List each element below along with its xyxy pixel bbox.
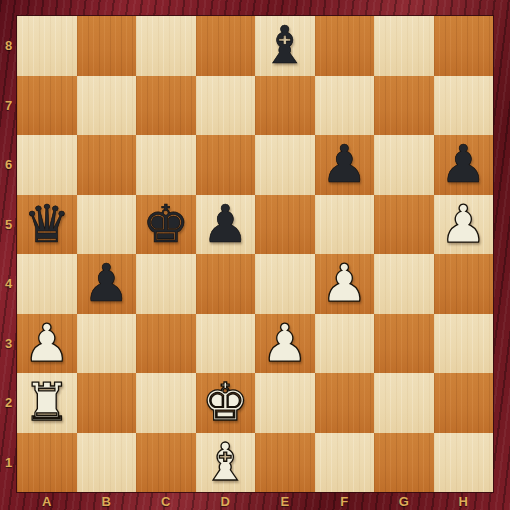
square-b5[interactable]: [77, 195, 137, 255]
black-pawn[interactable]: ♟: [83, 254, 130, 314]
square-h2[interactable]: [434, 373, 494, 433]
square-a3[interactable]: ♟: [17, 314, 77, 374]
file-label-d: D: [196, 492, 256, 510]
rank-label-8: 8: [0, 16, 17, 76]
square-a5[interactable]: ♛: [17, 195, 77, 255]
square-f8[interactable]: [315, 16, 375, 76]
square-h1[interactable]: [434, 433, 494, 493]
square-c1[interactable]: [136, 433, 196, 493]
square-d4[interactable]: [196, 254, 256, 314]
board-frame: ♝♟♟♛♚♟♟♟♟♟♟♜♚♝ 87654321 ABCDEFGH: [0, 0, 510, 510]
square-c7[interactable]: [136, 76, 196, 136]
square-e7[interactable]: [255, 76, 315, 136]
square-b3[interactable]: [77, 314, 137, 374]
square-a8[interactable]: [17, 16, 77, 76]
square-d7[interactable]: [196, 76, 256, 136]
square-h7[interactable]: [434, 76, 494, 136]
square-f2[interactable]: [315, 373, 375, 433]
square-h8[interactable]: [434, 16, 494, 76]
black-king[interactable]: ♚: [142, 195, 189, 255]
square-c4[interactable]: [136, 254, 196, 314]
white-pawn[interactable]: ♟: [261, 314, 308, 374]
square-g8[interactable]: [374, 16, 434, 76]
rank-label-2: 2: [0, 373, 17, 433]
black-pawn[interactable]: ♟: [202, 195, 249, 255]
file-label-g: G: [374, 492, 434, 510]
square-b1[interactable]: [77, 433, 137, 493]
square-g2[interactable]: [374, 373, 434, 433]
square-e3[interactable]: ♟: [255, 314, 315, 374]
square-b6[interactable]: [77, 135, 137, 195]
square-g5[interactable]: [374, 195, 434, 255]
white-pawn[interactable]: ♟: [321, 254, 368, 314]
white-bishop[interactable]: ♝: [202, 433, 249, 493]
white-rook[interactable]: ♜: [23, 373, 70, 433]
square-e6[interactable]: [255, 135, 315, 195]
square-f6[interactable]: ♟: [315, 135, 375, 195]
square-c8[interactable]: [136, 16, 196, 76]
square-c6[interactable]: [136, 135, 196, 195]
square-h6[interactable]: ♟: [434, 135, 494, 195]
square-e2[interactable]: [255, 373, 315, 433]
square-f3[interactable]: [315, 314, 375, 374]
square-d2[interactable]: ♚: [196, 373, 256, 433]
file-label-f: F: [315, 492, 375, 510]
black-pawn[interactable]: ♟: [321, 135, 368, 195]
square-e4[interactable]: [255, 254, 315, 314]
square-b8[interactable]: [77, 16, 137, 76]
file-label-a: A: [17, 492, 77, 510]
square-d3[interactable]: [196, 314, 256, 374]
square-c3[interactable]: [136, 314, 196, 374]
white-pawn[interactable]: ♟: [23, 314, 70, 374]
square-a2[interactable]: ♜: [17, 373, 77, 433]
rank-label-4: 4: [0, 254, 17, 314]
square-a1[interactable]: [17, 433, 77, 493]
square-a6[interactable]: [17, 135, 77, 195]
square-e5[interactable]: [255, 195, 315, 255]
rank-label-5: 5: [0, 195, 17, 255]
rank-label-6: 6: [0, 135, 17, 195]
file-label-c: C: [136, 492, 196, 510]
square-a4[interactable]: [17, 254, 77, 314]
square-f5[interactable]: [315, 195, 375, 255]
square-d5[interactable]: ♟: [196, 195, 256, 255]
square-g6[interactable]: [374, 135, 434, 195]
square-e8[interactable]: ♝: [255, 16, 315, 76]
square-b4[interactable]: ♟: [77, 254, 137, 314]
black-bishop[interactable]: ♝: [261, 16, 308, 76]
square-c2[interactable]: [136, 373, 196, 433]
square-g7[interactable]: [374, 76, 434, 136]
square-f4[interactable]: ♟: [315, 254, 375, 314]
square-d6[interactable]: [196, 135, 256, 195]
square-f7[interactable]: [315, 76, 375, 136]
square-h5[interactable]: ♟: [434, 195, 494, 255]
square-h3[interactable]: [434, 314, 494, 374]
square-b7[interactable]: [77, 76, 137, 136]
square-f1[interactable]: [315, 433, 375, 493]
black-pawn[interactable]: ♟: [440, 135, 487, 195]
white-pawn[interactable]: ♟: [440, 195, 487, 255]
rank-label-1: 1: [0, 433, 17, 493]
square-c5[interactable]: ♚: [136, 195, 196, 255]
square-a7[interactable]: [17, 76, 77, 136]
square-h4[interactable]: [434, 254, 494, 314]
rank-label-3: 3: [0, 314, 17, 374]
file-label-e: E: [255, 492, 315, 510]
square-b2[interactable]: [77, 373, 137, 433]
square-g4[interactable]: [374, 254, 434, 314]
rank-label-7: 7: [0, 76, 17, 136]
square-g1[interactable]: [374, 433, 434, 493]
square-e1[interactable]: [255, 433, 315, 493]
white-king[interactable]: ♚: [202, 373, 249, 433]
black-queen[interactable]: ♛: [23, 195, 70, 255]
file-label-b: B: [77, 492, 137, 510]
file-label-h: H: [434, 492, 494, 510]
square-d8[interactable]: [196, 16, 256, 76]
chess-board: ♝♟♟♛♚♟♟♟♟♟♟♜♚♝: [17, 16, 493, 492]
square-g3[interactable]: [374, 314, 434, 374]
square-d1[interactable]: ♝: [196, 433, 256, 493]
